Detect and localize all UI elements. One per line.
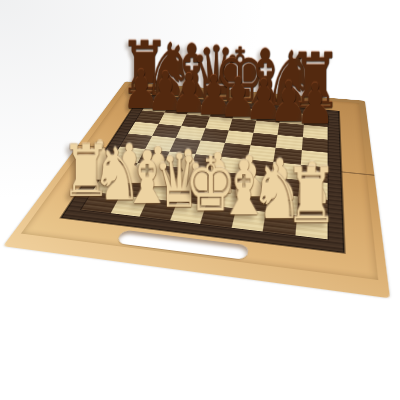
photo-stage: ♜♞♝♛♚♝♞♜♟♟♟♟♟♟♟♟♟♟♟♟♟♟♟♟♜♞♝♛♚♝♞♜ xyxy=(0,0,400,400)
board-scene: ♜♞♝♛♚♝♞♜♟♟♟♟♟♟♟♟♟♟♟♟♟♟♟♟♜♞♝♛♚♝♞♜ xyxy=(70,9,370,309)
chess-board: ♜♞♝♛♚♝♞♜♟♟♟♟♟♟♟♟♟♟♟♟♟♟♟♟♜♞♝♛♚♝♞♜ xyxy=(3,81,390,298)
piece-glyph: ♜ xyxy=(284,157,338,234)
